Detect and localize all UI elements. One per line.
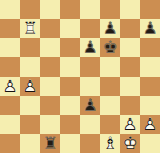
square-c8[interactable] <box>40 0 60 19</box>
piece-wP-a4[interactable]: ♟♙ <box>0 77 20 96</box>
piece-glyph-outline: ♙ <box>0 77 20 96</box>
square-e5[interactable] <box>80 57 100 76</box>
square-a1[interactable] <box>0 134 20 153</box>
chess-board: ♜♖♟♙♟♙♟♙♚♔♟♙♟♙♟♙♟♙♟♙♜♖♝♗♚♔ <box>0 0 160 153</box>
square-e2[interactable] <box>80 115 100 134</box>
piece-wK-g1[interactable]: ♚♔ <box>120 134 140 153</box>
square-b6[interactable] <box>20 38 40 57</box>
square-h8[interactable] <box>140 0 160 19</box>
square-c4[interactable] <box>40 77 60 96</box>
square-a8[interactable] <box>0 0 20 19</box>
square-f7[interactable]: ♟♙ <box>100 19 120 38</box>
piece-glyph-outline: ♙ <box>20 77 40 96</box>
square-a4[interactable]: ♟♙ <box>0 77 20 96</box>
square-h1[interactable] <box>140 134 160 153</box>
piece-glyph-outline: ♙ <box>140 19 160 38</box>
square-g4[interactable] <box>120 77 140 96</box>
square-e8[interactable] <box>80 0 100 19</box>
square-f4[interactable] <box>100 77 120 96</box>
piece-wB-f1[interactable]: ♝♗ <box>100 134 120 153</box>
square-e6[interactable]: ♟♙ <box>80 38 100 57</box>
piece-wP-h2[interactable]: ♟♙ <box>140 115 160 134</box>
square-b5[interactable] <box>20 57 40 76</box>
piece-glyph-outline: ♙ <box>80 96 100 115</box>
square-c3[interactable] <box>40 96 60 115</box>
square-c6[interactable] <box>40 38 60 57</box>
square-c5[interactable] <box>40 57 60 76</box>
square-d2[interactable] <box>60 115 80 134</box>
square-e3[interactable]: ♟♙ <box>80 96 100 115</box>
square-h4[interactable] <box>140 77 160 96</box>
square-h6[interactable] <box>140 38 160 57</box>
square-d8[interactable] <box>60 0 80 19</box>
piece-glyph-outline: ♖ <box>40 134 60 153</box>
piece-bP-f7[interactable]: ♟♙ <box>100 19 120 38</box>
piece-glyph-outline: ♙ <box>80 38 100 57</box>
square-d5[interactable] <box>60 57 80 76</box>
square-f8[interactable] <box>100 0 120 19</box>
square-g5[interactable] <box>120 57 140 76</box>
square-b3[interactable] <box>20 96 40 115</box>
square-c7[interactable] <box>40 19 60 38</box>
square-e4[interactable] <box>80 77 100 96</box>
square-a5[interactable] <box>0 57 20 76</box>
square-g3[interactable] <box>120 96 140 115</box>
square-d7[interactable] <box>60 19 80 38</box>
square-g7[interactable] <box>120 19 140 38</box>
square-b2[interactable] <box>20 115 40 134</box>
piece-bK-f6[interactable]: ♚♔ <box>100 38 120 57</box>
piece-glyph-outline: ♔ <box>100 38 120 57</box>
square-d3[interactable] <box>60 96 80 115</box>
square-e1[interactable] <box>80 134 100 153</box>
piece-glyph-outline: ♔ <box>120 134 140 153</box>
square-b4[interactable]: ♟♙ <box>20 77 40 96</box>
piece-glyph-outline: ♙ <box>120 115 140 134</box>
piece-wP-b4[interactable]: ♟♙ <box>20 77 40 96</box>
square-b8[interactable] <box>20 0 40 19</box>
square-g8[interactable] <box>120 0 140 19</box>
square-c1[interactable]: ♜♖ <box>40 134 60 153</box>
piece-wR-b7[interactable]: ♜♖ <box>20 19 40 38</box>
piece-bP-e3[interactable]: ♟♙ <box>80 96 100 115</box>
piece-bR-c1[interactable]: ♜♖ <box>40 134 60 153</box>
square-d6[interactable] <box>60 38 80 57</box>
square-f3[interactable] <box>100 96 120 115</box>
square-f1[interactable]: ♝♗ <box>100 134 120 153</box>
square-g2[interactable]: ♟♙ <box>120 115 140 134</box>
square-f5[interactable] <box>100 57 120 76</box>
piece-bP-e6[interactable]: ♟♙ <box>80 38 100 57</box>
square-h3[interactable] <box>140 96 160 115</box>
square-e7[interactable] <box>80 19 100 38</box>
square-a2[interactable] <box>0 115 20 134</box>
square-b7[interactable]: ♜♖ <box>20 19 40 38</box>
square-c2[interactable] <box>40 115 60 134</box>
square-f2[interactable] <box>100 115 120 134</box>
piece-glyph-outline: ♖ <box>20 19 40 38</box>
square-a3[interactable] <box>0 96 20 115</box>
square-h5[interactable] <box>140 57 160 76</box>
square-a7[interactable] <box>0 19 20 38</box>
square-g1[interactable]: ♚♔ <box>120 134 140 153</box>
square-a6[interactable] <box>0 38 20 57</box>
square-d4[interactable] <box>60 77 80 96</box>
square-h2[interactable]: ♟♙ <box>140 115 160 134</box>
square-f6[interactable]: ♚♔ <box>100 38 120 57</box>
square-h7[interactable]: ♟♙ <box>140 19 160 38</box>
piece-glyph-outline: ♗ <box>100 134 120 153</box>
piece-glyph-outline: ♙ <box>140 115 160 134</box>
square-d1[interactable] <box>60 134 80 153</box>
piece-wP-g2[interactable]: ♟♙ <box>120 115 140 134</box>
piece-bP-h7[interactable]: ♟♙ <box>140 19 160 38</box>
square-g6[interactable] <box>120 38 140 57</box>
piece-glyph-outline: ♙ <box>100 19 120 38</box>
square-b1[interactable] <box>20 134 40 153</box>
